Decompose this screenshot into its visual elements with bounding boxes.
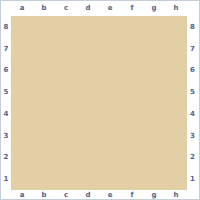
- coordinate-label-a: a: [11, 189, 33, 200]
- coordinate-label-4: 4: [1, 103, 11, 125]
- coordinate-label-f: f: [121, 189, 143, 200]
- coordinate-label-6: 6: [187, 60, 198, 82]
- rank-labels-left: 87654321: [1, 16, 11, 190]
- coordinate-label-2: 2: [187, 147, 198, 169]
- coordinate-label-e: e: [99, 2, 121, 14]
- coordinate-label-3: 3: [1, 125, 11, 147]
- coordinate-label-1: 1: [1, 168, 11, 190]
- coordinate-label-8: 8: [187, 16, 198, 38]
- file-labels-bottom: abcdefgh: [11, 189, 187, 200]
- coordinate-label-g: g: [143, 189, 165, 200]
- coordinate-label-8: 8: [1, 16, 11, 38]
- coordinate-label-d: d: [77, 2, 99, 14]
- coordinate-label-6: 6: [1, 60, 11, 82]
- coordinate-label-b: b: [33, 189, 55, 200]
- coordinate-label-g: g: [143, 2, 165, 14]
- file-labels-top: abcdefgh: [11, 2, 187, 14]
- coordinate-label-2: 2: [1, 147, 11, 169]
- coordinate-label-5: 5: [1, 81, 11, 103]
- coordinate-label-c: c: [55, 2, 77, 14]
- coordinate-label-3: 3: [187, 125, 198, 147]
- coordinate-label-h: h: [165, 2, 187, 14]
- chess-board: [11, 16, 187, 190]
- coordinate-label-a: a: [11, 2, 33, 14]
- coordinate-label-b: b: [33, 2, 55, 14]
- chess-app-frame: abcdefgh 87654321 87654321 abcdefgh: [0, 0, 200, 200]
- coordinate-label-5: 5: [187, 81, 198, 103]
- coordinate-label-h: h: [165, 189, 187, 200]
- coordinate-label-7: 7: [187, 38, 198, 60]
- coordinate-label-1: 1: [187, 168, 198, 190]
- coordinate-label-f: f: [121, 2, 143, 14]
- coordinate-label-c: c: [55, 189, 77, 200]
- coordinate-label-d: d: [77, 189, 99, 200]
- coordinate-label-4: 4: [187, 103, 198, 125]
- rank-labels-right: 87654321: [187, 16, 198, 190]
- coordinate-label-e: e: [99, 189, 121, 200]
- coordinate-label-7: 7: [1, 38, 11, 60]
